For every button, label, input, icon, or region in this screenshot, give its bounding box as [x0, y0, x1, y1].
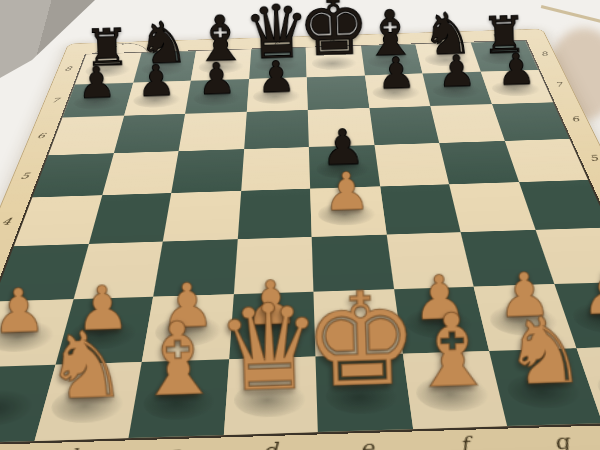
rank-label-left-6: 6	[29, 131, 54, 140]
square-b4[interactable]	[88, 193, 171, 243]
square-b5[interactable]	[102, 151, 179, 195]
square-f7[interactable]: ♟	[365, 73, 431, 108]
file-label-bottom-c: c	[164, 441, 180, 450]
piece-white-knight-b1[interactable]: ♞	[44, 321, 130, 411]
piece-white-bishop-f1[interactable]: ♝	[406, 302, 499, 400]
piece-shadow	[593, 368, 600, 407]
square-e4[interactable]: ♟	[310, 186, 386, 236]
square-a7[interactable]: ♟	[62, 82, 132, 117]
piece-black-pawn-f7[interactable]: ♟	[377, 53, 417, 95]
square-g5[interactable]	[439, 141, 518, 185]
square-f4[interactable]	[380, 184, 461, 234]
square-c1[interactable]: ♝	[128, 359, 228, 438]
piece-black-pawn-b7[interactable]: ♟	[137, 61, 177, 103]
rank-label-left-4: 4	[0, 216, 21, 227]
piece-black-pawn-a7[interactable]: ♟	[77, 63, 117, 105]
piece-black-pawn-g7[interactable]: ♟	[437, 51, 477, 93]
square-g7[interactable]: ♟	[422, 72, 491, 106]
square-f1[interactable]: ♝	[402, 351, 507, 430]
file-label-bottom-b: b	[65, 444, 86, 450]
square-c6[interactable]	[179, 112, 247, 151]
piece-black-pawn-d7[interactable]: ♟	[257, 57, 297, 99]
square-f6[interactable]	[369, 106, 439, 145]
photo-scene: THE HOUSE OF STAUNTON ♞ THE HOUSE OF STA…	[0, 0, 600, 450]
square-d5[interactable]	[241, 147, 310, 191]
square-d4[interactable]	[237, 189, 311, 239]
square-d6[interactable]	[244, 110, 309, 149]
file-label-bottom-d: d	[262, 438, 278, 450]
logo-knight-icon: ♞	[109, 53, 130, 65]
rank-label-left-5: 5	[12, 171, 39, 181]
square-a5[interactable]	[32, 153, 113, 197]
square-a6[interactable]	[48, 116, 123, 155]
piece-black-pawn-c7[interactable]: ♟	[197, 59, 237, 101]
square-e7[interactable]	[307, 75, 369, 110]
square-e8[interactable]: ♚	[306, 46, 365, 77]
rank-label-right-7: 7	[547, 81, 571, 89]
piece-white-bishop-c1[interactable]: ♝	[131, 311, 224, 409]
rank-label-right-5: 5	[580, 153, 600, 163]
square-c7[interactable]: ♟	[185, 79, 249, 114]
file-label-bottom-f: f	[457, 432, 470, 450]
square-g4[interactable]	[449, 182, 535, 232]
chess-board[interactable]: THE HOUSE OF STAUNTON ♞ THE HOUSE OF STA…	[0, 29, 600, 450]
square-d7[interactable]: ♟	[246, 77, 307, 112]
square-h6[interactable]	[492, 102, 570, 141]
piece-white-knight-g1[interactable]: ♞	[502, 307, 588, 397]
rank-label-right-6: 6	[563, 115, 589, 124]
square-c5[interactable]	[171, 149, 243, 193]
piece-white-rook-a1[interactable]: ♜	[0, 334, 33, 414]
file-label-bottom-g: g	[550, 429, 572, 450]
square-e1[interactable]: ♚	[315, 353, 412, 432]
board-squares: ♜♞♝♛♚♝♞♜♟♟♟♟♟♟♟♟♟♟♟♟♟♟♟♟♜♞♝♛♚♝♞♜	[0, 40, 600, 447]
square-h7[interactable]: ♟	[480, 70, 553, 104]
board-tilt-wrapper: THE HOUSE OF STAUNTON ♞ THE HOUSE OF STA…	[0, 0, 600, 450]
square-g1[interactable]: ♞	[489, 348, 600, 426]
square-a4[interactable]	[14, 195, 102, 246]
file-label-bottom-e: e	[359, 435, 375, 450]
piece-white-king-e1[interactable]: ♚	[301, 277, 421, 403]
rank-label-left-7: 7	[44, 96, 67, 104]
square-b7[interactable]: ♟	[124, 81, 191, 116]
square-h5[interactable]	[504, 139, 588, 183]
rank-label-right-8: 8	[533, 50, 555, 57]
piece-black-pawn-h7[interactable]: ♟	[497, 49, 537, 91]
square-c4[interactable]	[163, 191, 241, 241]
square-b1[interactable]: ♞	[34, 361, 142, 440]
square-f5[interactable]	[374, 143, 449, 187]
square-b6[interactable]	[113, 114, 185, 153]
piece-white-pawn-e4[interactable]: ♟	[322, 167, 370, 218]
rank-label-left-8: 8	[57, 65, 79, 72]
